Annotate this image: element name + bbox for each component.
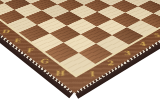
chess-board: ABCDEFGH 12345678 — [0, 0, 160, 93]
rank-label-1: 1 — [85, 70, 101, 79]
file-label-g: G — [36, 57, 53, 66]
rank-label-5: 5 — [150, 32, 160, 38]
file-label-f: F — [22, 46, 39, 54]
file-label-e: E — [9, 37, 26, 44]
chessboard-photo: ABCDEFGH 12345678 — [0, 0, 160, 107]
file-label-d: D — [0, 28, 14, 35]
rank-label-3: 3 — [120, 50, 135, 58]
rank-label-2: 2 — [104, 59, 119, 67]
rank-label-4: 4 — [136, 41, 151, 48]
file-label-h: H — [51, 68, 68, 78]
